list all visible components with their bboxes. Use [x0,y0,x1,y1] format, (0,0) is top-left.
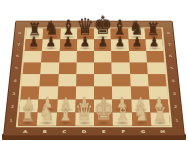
square-d1[interactable]: ♛ [75,112,94,126]
rank-label: 6 [166,50,175,62]
chess-board: 87654321 87654321 ♜♞♝♛♚♝♞♜♟♟♟♟♟♟♟♟♟♟♟♟♟♟… [3,21,185,136]
square-c6[interactable] [59,51,77,63]
square-a7[interactable]: ♟ [25,39,43,50]
square-b4[interactable] [40,74,59,86]
square-e1[interactable]: ♚ [94,112,113,126]
square-a5[interactable] [23,62,42,74]
white-queen[interactable]: ♛ [75,99,95,125]
rank-label: 2 [7,100,17,113]
square-e4[interactable] [94,74,112,86]
square-e6[interactable] [94,51,112,63]
rank-label: 4 [10,74,20,87]
white-bishop[interactable]: ♝ [114,102,131,125]
rank-label: 5 [11,62,20,74]
rank-label: 1 [6,113,16,127]
chessboard-photo: 87654321 87654321 ♜♞♝♛♚♝♞♜♟♟♟♟♟♟♟♟♟♟♟♟♟♟… [0,0,188,141]
white-bishop[interactable]: ♝ [57,102,74,125]
square-c1[interactable]: ♝ [56,112,75,126]
square-g5[interactable] [129,62,147,74]
file-label: H [153,128,173,135]
rank-label: 3 [169,87,179,100]
rank-label: 8 [15,27,24,38]
black-pawn[interactable]: ♟ [63,36,73,49]
square-a6[interactable] [24,51,42,63]
square-b5[interactable] [40,62,58,74]
black-pawn[interactable]: ♟ [132,36,142,49]
file-label: B [35,128,55,135]
square-f5[interactable] [112,62,130,74]
rank-label: 5 [167,62,176,74]
file-label: D [74,128,94,135]
file-label: A [15,128,35,135]
rank-label: 7 [14,39,23,51]
square-f7[interactable]: ♟ [111,39,129,50]
square-f6[interactable] [111,51,129,63]
square-f1[interactable]: ♝ [113,112,132,126]
square-h1[interactable]: ♜ [150,112,170,126]
square-e7[interactable]: ♟ [94,39,111,50]
square-f4[interactable] [112,74,130,86]
black-pawn[interactable]: ♟ [80,36,90,49]
black-pawn[interactable]: ♟ [28,36,38,49]
file-label: E [94,128,114,135]
square-d5[interactable] [76,62,94,74]
square-c7[interactable]: ♟ [59,39,77,50]
file-label: G [133,128,153,135]
rank-label: 4 [168,74,178,87]
square-b1[interactable]: ♞ [37,112,57,126]
rank-label: 7 [165,39,174,51]
square-g1[interactable]: ♞ [131,112,151,126]
board-grid: ♜♞♝♛♚♝♞♜♟♟♟♟♟♟♟♟♟♟♟♟♟♟♟♟♜♞♝♛♚♝♞♜ [16,27,172,127]
square-h4[interactable] [148,74,167,86]
square-b7[interactable]: ♟ [42,39,60,50]
square-b6[interactable] [41,51,59,63]
file-label: C [55,128,75,135]
white-rook[interactable]: ♜ [20,105,35,125]
rank-label: 3 [9,87,19,100]
square-a4[interactable] [21,74,40,86]
square-d7[interactable]: ♟ [77,39,94,50]
rank-label: 1 [172,113,182,127]
black-pawn[interactable]: ♟ [46,36,56,49]
square-h6[interactable] [146,51,164,63]
board-viewport: 87654321 87654321 ♜♞♝♛♚♝♞♜♟♟♟♟♟♟♟♟♟♟♟♟♟♟… [0,0,188,141]
square-d6[interactable] [76,51,94,63]
white-knight[interactable]: ♞ [133,103,150,125]
square-d4[interactable] [76,74,94,86]
file-label: F [114,128,134,135]
black-pawn[interactable]: ♟ [98,36,108,49]
square-g6[interactable] [129,51,147,63]
square-c5[interactable] [58,62,76,74]
white-king[interactable]: ♚ [93,97,114,125]
white-knight[interactable]: ♞ [38,103,55,125]
black-pawn[interactable]: ♟ [115,36,125,49]
square-g4[interactable] [130,74,149,86]
black-pawn[interactable]: ♟ [149,36,159,49]
file-labels: ABCDEFGH [15,128,173,135]
rank-label: 2 [171,100,181,113]
square-e5[interactable] [94,62,112,74]
square-g7[interactable]: ♟ [128,39,146,50]
square-h7[interactable]: ♟ [145,39,163,50]
rank-label: 6 [13,50,22,62]
square-a1[interactable]: ♜ [18,112,38,126]
rank-label: 8 [164,27,173,38]
white-rook[interactable]: ♜ [153,105,168,125]
square-h5[interactable] [147,62,166,74]
square-c4[interactable] [58,74,76,86]
